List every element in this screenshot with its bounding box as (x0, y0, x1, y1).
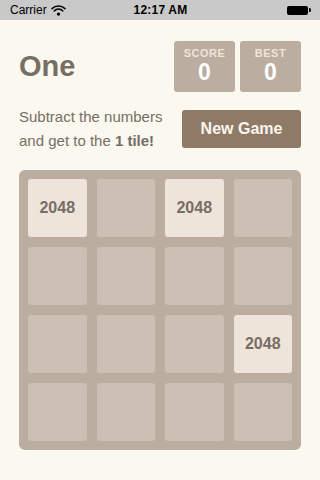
status-bar-left: Carrier (10, 3, 134, 17)
battery-icon (287, 6, 311, 15)
best-box: BEST 0 (240, 41, 301, 92)
carrier-label: Carrier (10, 3, 47, 17)
empty-cell (234, 179, 293, 237)
best-value: 0 (264, 60, 277, 85)
instructions: Subtract the numbers and get to the 1 ti… (19, 105, 162, 153)
app-content: One SCORE 0 BEST 0 Subtract the numbers … (0, 40, 320, 450)
score-panel: SCORE 0 BEST 0 (174, 41, 301, 92)
header: One SCORE 0 BEST 0 (19, 40, 301, 92)
empty-cell (97, 247, 156, 305)
score-value: 0 (198, 60, 211, 85)
status-bar: Carrier 12:17 AM (0, 0, 320, 20)
tile-2048: 2048 (165, 179, 224, 237)
new-game-button[interactable]: New Game (182, 110, 301, 148)
score-box: SCORE 0 (174, 41, 235, 92)
instructions-goal: 1 tile! (115, 132, 154, 149)
empty-cell (165, 383, 224, 441)
intro-row: Subtract the numbers and get to the 1 ti… (19, 105, 301, 153)
empty-cell (28, 383, 87, 441)
empty-cell (97, 315, 156, 373)
status-bar-clock: 12:17 AM (134, 3, 188, 17)
status-bar-right (187, 6, 311, 15)
empty-cell (28, 315, 87, 373)
wifi-icon (51, 5, 66, 16)
empty-cell (234, 383, 293, 441)
empty-cell (97, 383, 156, 441)
app-title: One (19, 52, 75, 81)
battery-tip (309, 8, 311, 12)
empty-cell (97, 179, 156, 237)
tile-2048: 2048 (234, 315, 293, 373)
empty-cell (234, 247, 293, 305)
tile-2048: 2048 (28, 179, 87, 237)
instructions-line1: Subtract the numbers (19, 108, 162, 125)
board[interactable]: 204820482048 (19, 170, 301, 450)
empty-cell (165, 315, 224, 373)
battery-body (287, 6, 308, 15)
empty-cell (28, 247, 87, 305)
empty-cell (165, 247, 224, 305)
instructions-line2: and get to the (19, 132, 115, 149)
